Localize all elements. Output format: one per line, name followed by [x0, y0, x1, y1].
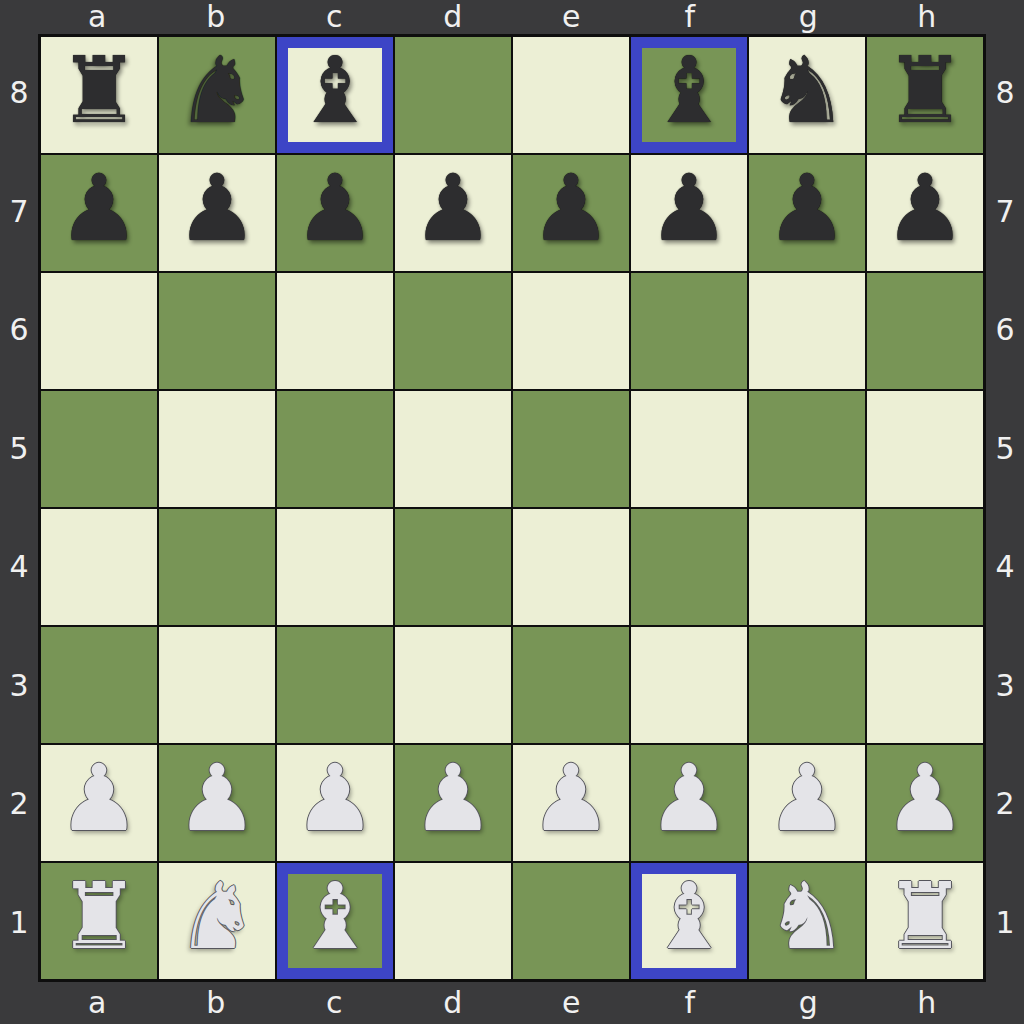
rank-labels-left: 87654321	[0, 34, 38, 982]
square-a5[interactable]	[41, 391, 157, 507]
white-bishop[interactable]: ♝	[648, 871, 730, 963]
square-b7[interactable]: ♟	[159, 155, 275, 271]
white-knight[interactable]: ♞	[176, 871, 258, 963]
square-c1[interactable]: ♝	[277, 863, 393, 979]
black-bishop[interactable]: ♝	[648, 45, 730, 137]
square-c3[interactable]	[277, 627, 393, 743]
white-bishop[interactable]: ♝	[294, 871, 376, 963]
file-label-a: a	[38, 0, 157, 34]
square-e2[interactable]: ♟	[513, 745, 629, 861]
rank-label-4: 4	[0, 508, 38, 627]
black-pawn[interactable]: ♟	[58, 163, 140, 255]
rank-label-7: 7	[986, 153, 1024, 272]
square-d7[interactable]: ♟	[395, 155, 511, 271]
file-label-g: g	[749, 982, 868, 1024]
rank-label-3: 3	[0, 627, 38, 746]
file-label-d: d	[394, 982, 513, 1024]
square-e1[interactable]	[513, 863, 629, 979]
black-pawn[interactable]: ♟	[176, 163, 258, 255]
white-pawn[interactable]: ♟	[176, 753, 258, 845]
chess-board: ♜♞♝♝♞♜♟♟♟♟♟♟♟♟♟♟♟♟♟♟♟♟♜♞♝♝♞♜	[38, 34, 986, 982]
black-rook[interactable]: ♜	[884, 45, 966, 137]
square-d5[interactable]	[395, 391, 511, 507]
rank-label-1: 1	[986, 864, 1024, 983]
square-a2[interactable]: ♟	[41, 745, 157, 861]
file-labels-top: abcdefgh	[38, 0, 986, 34]
rank-label-8: 8	[986, 34, 1024, 153]
file-label-h: h	[868, 0, 987, 34]
black-bishop[interactable]: ♝	[294, 45, 376, 137]
file-label-f: f	[631, 982, 750, 1024]
rank-label-3: 3	[986, 627, 1024, 746]
file-label-e: e	[512, 0, 631, 34]
square-g3[interactable]	[749, 627, 865, 743]
square-b5[interactable]	[159, 391, 275, 507]
square-c2[interactable]: ♟	[277, 745, 393, 861]
file-labels-bottom: abcdefgh	[38, 982, 986, 1024]
square-d2[interactable]: ♟	[395, 745, 511, 861]
file-label-h: h	[868, 982, 987, 1024]
square-d6[interactable]	[395, 273, 511, 389]
square-h1[interactable]: ♜	[867, 863, 983, 979]
square-d4[interactable]	[395, 509, 511, 625]
square-h2[interactable]: ♟	[867, 745, 983, 861]
rank-label-7: 7	[0, 153, 38, 272]
rank-label-4: 4	[986, 508, 1024, 627]
square-g8[interactable]: ♞	[749, 37, 865, 153]
square-b4[interactable]	[159, 509, 275, 625]
file-label-a: a	[38, 982, 157, 1024]
white-knight[interactable]: ♞	[766, 871, 848, 963]
square-a7[interactable]: ♟	[41, 155, 157, 271]
rank-label-5: 5	[0, 390, 38, 509]
square-c8[interactable]: ♝	[277, 37, 393, 153]
rank-label-6: 6	[0, 271, 38, 390]
square-b6[interactable]	[159, 273, 275, 389]
square-h4[interactable]	[867, 509, 983, 625]
square-c7[interactable]: ♟	[277, 155, 393, 271]
white-pawn[interactable]: ♟	[884, 753, 966, 845]
square-d8[interactable]	[395, 37, 511, 153]
black-rook[interactable]: ♜	[58, 45, 140, 137]
file-label-e: e	[512, 982, 631, 1024]
white-pawn[interactable]: ♟	[294, 753, 376, 845]
black-knight[interactable]: ♞	[766, 45, 848, 137]
white-pawn[interactable]: ♟	[412, 753, 494, 845]
square-f8[interactable]: ♝	[631, 37, 747, 153]
square-b2[interactable]: ♟	[159, 745, 275, 861]
file-label-g: g	[749, 0, 868, 34]
square-g4[interactable]	[749, 509, 865, 625]
square-e3[interactable]	[513, 627, 629, 743]
rank-labels-right: 87654321	[986, 34, 1024, 982]
white-pawn[interactable]: ♟	[530, 753, 612, 845]
black-pawn[interactable]: ♟	[884, 163, 966, 255]
file-label-c: c	[275, 0, 394, 34]
file-label-f: f	[631, 0, 750, 34]
square-f1[interactable]: ♝	[631, 863, 747, 979]
square-a6[interactable]	[41, 273, 157, 389]
file-label-c: c	[275, 982, 394, 1024]
square-b3[interactable]	[159, 627, 275, 743]
square-b1[interactable]: ♞	[159, 863, 275, 979]
square-g2[interactable]: ♟	[749, 745, 865, 861]
square-h5[interactable]	[867, 391, 983, 507]
frame-corner	[0, 982, 38, 1024]
black-pawn[interactable]: ♟	[294, 163, 376, 255]
square-e8[interactable]	[513, 37, 629, 153]
square-e7[interactable]: ♟	[513, 155, 629, 271]
black-knight[interactable]: ♞	[176, 45, 258, 137]
black-pawn[interactable]: ♟	[530, 163, 612, 255]
square-g5[interactable]	[749, 391, 865, 507]
rank-label-2: 2	[986, 745, 1024, 864]
file-label-b: b	[157, 0, 276, 34]
rank-label-5: 5	[986, 390, 1024, 509]
rank-label-2: 2	[0, 745, 38, 864]
square-e6[interactable]	[513, 273, 629, 389]
square-f7[interactable]: ♟	[631, 155, 747, 271]
frame-corner	[0, 0, 38, 34]
square-a8[interactable]: ♜	[41, 37, 157, 153]
white-pawn[interactable]: ♟	[766, 753, 848, 845]
square-h7[interactable]: ♟	[867, 155, 983, 271]
square-c4[interactable]	[277, 509, 393, 625]
square-h3[interactable]	[867, 627, 983, 743]
square-h6[interactable]	[867, 273, 983, 389]
square-h8[interactable]: ♜	[867, 37, 983, 153]
square-f3[interactable]	[631, 627, 747, 743]
square-a3[interactable]	[41, 627, 157, 743]
square-a4[interactable]	[41, 509, 157, 625]
square-d3[interactable]	[395, 627, 511, 743]
black-pawn[interactable]: ♟	[648, 163, 730, 255]
file-label-b: b	[157, 982, 276, 1024]
rank-label-1: 1	[0, 864, 38, 983]
file-label-d: d	[394, 0, 513, 34]
square-c5[interactable]	[277, 391, 393, 507]
black-pawn[interactable]: ♟	[766, 163, 848, 255]
white-rook[interactable]: ♜	[884, 871, 966, 963]
square-f2[interactable]: ♟	[631, 745, 747, 861]
white-pawn[interactable]: ♟	[58, 753, 140, 845]
frame-corner	[986, 982, 1024, 1024]
square-e4[interactable]	[513, 509, 629, 625]
frame-corner	[986, 0, 1024, 34]
square-f4[interactable]	[631, 509, 747, 625]
black-pawn[interactable]: ♟	[412, 163, 494, 255]
square-c6[interactable]	[277, 273, 393, 389]
rank-label-6: 6	[986, 271, 1024, 390]
square-f5[interactable]	[631, 391, 747, 507]
chessboard-app: abcdefgh 87654321 ♜♞♝♝♞♜♟♟♟♟♟♟♟♟♟♟♟♟♟♟♟♟…	[0, 0, 1024, 1024]
square-g7[interactable]: ♟	[749, 155, 865, 271]
square-g6[interactable]	[749, 273, 865, 389]
square-f6[interactable]	[631, 273, 747, 389]
square-g1[interactable]: ♞	[749, 863, 865, 979]
square-d1[interactable]	[395, 863, 511, 979]
white-pawn[interactable]: ♟	[648, 753, 730, 845]
square-b8[interactable]: ♞	[159, 37, 275, 153]
square-e5[interactable]	[513, 391, 629, 507]
square-a1[interactable]: ♜	[41, 863, 157, 979]
rank-label-8: 8	[0, 34, 38, 153]
white-rook[interactable]: ♜	[58, 871, 140, 963]
